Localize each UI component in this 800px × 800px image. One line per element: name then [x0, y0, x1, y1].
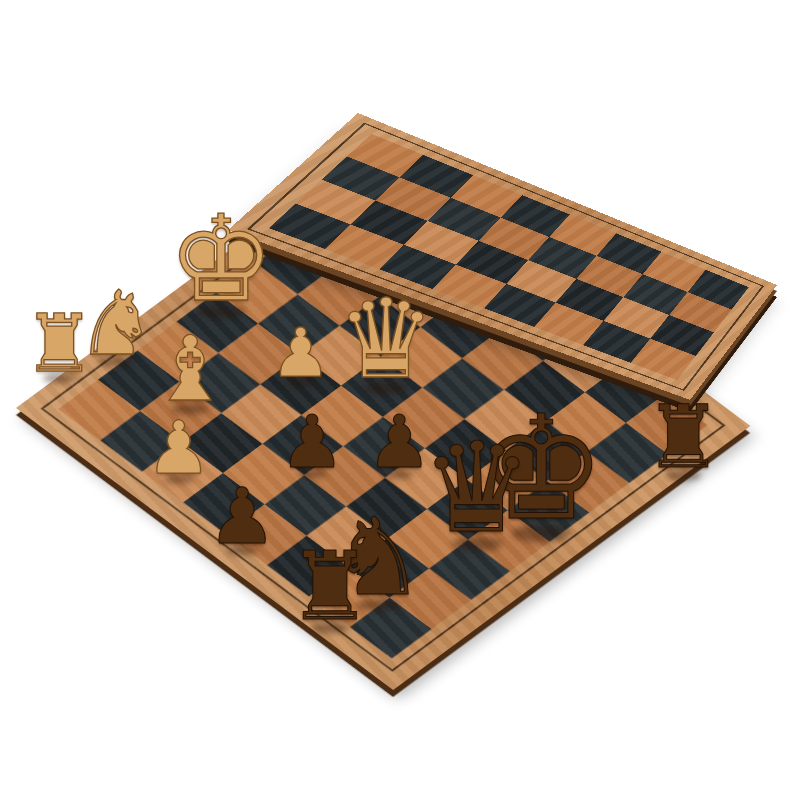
white-pawn-2-glyph: ♟ — [146, 411, 211, 484]
black-rook-glyph: ♜ — [644, 394, 722, 480]
black-rook-2[interactable]: ♜ — [288, 539, 373, 633]
black-pawn-3[interactable]: ♟ — [207, 478, 276, 555]
black-pawn-glyph: ♟ — [280, 406, 345, 479]
white-pawn-glyph: ♟ — [271, 320, 331, 387]
white-queen-glyph: ♛ — [337, 285, 435, 395]
black-rook[interactable]: ♜ — [644, 394, 722, 480]
white-pawn-2[interactable]: ♟ — [146, 411, 211, 484]
scene-caption: Wooden folding chess set: closed checker… — [0, 0, 1, 1]
chess-set-photo: Wooden folding chess set: closed checker… — [0, 0, 800, 800]
black-queen[interactable]: ♛ — [421, 426, 533, 551]
black-queen-glyph: ♛ — [421, 426, 533, 551]
black-pawn[interactable]: ♟ — [280, 406, 345, 479]
white-rook-glyph: ♜ — [24, 304, 95, 384]
white-pawn[interactable]: ♟ — [271, 320, 331, 387]
white-king-glyph: ♚ — [168, 199, 275, 318]
white-king[interactable]: ♚ — [168, 199, 275, 318]
black-pawn-3-glyph: ♟ — [207, 478, 276, 555]
white-bishop[interactable]: ♝ — [150, 325, 231, 415]
black-rook-2-glyph: ♜ — [288, 539, 373, 633]
white-rook[interactable]: ♜ — [24, 304, 95, 384]
white-bishop-glyph: ♝ — [150, 325, 231, 415]
white-queen[interactable]: ♛ — [337, 285, 435, 395]
